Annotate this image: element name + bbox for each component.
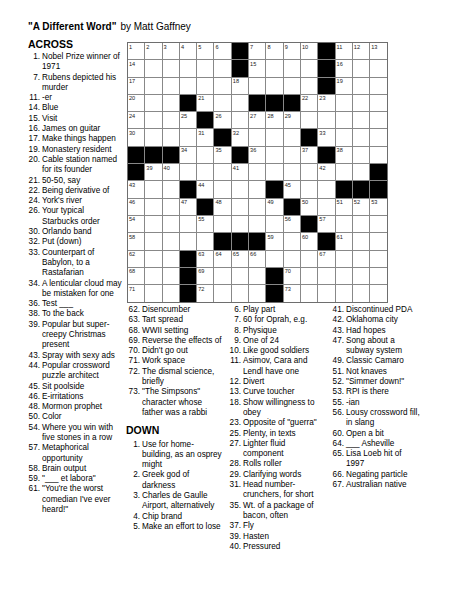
down-clue-53: 53.RPI is there (332, 387, 422, 397)
clue-text: Metaphorical opportunity (42, 443, 122, 464)
clue-number: 22. (28, 186, 40, 196)
grid-cell-r4c14[interactable] (353, 95, 370, 112)
grid-cell-r6c3[interactable] (163, 129, 180, 146)
black-cell (336, 181, 353, 198)
black-cell (197, 112, 214, 129)
black-cell (284, 95, 301, 112)
grid-cell-r13c14[interactable] (353, 251, 370, 268)
grid-cell-r3c2[interactable] (145, 78, 162, 95)
grid-cell-r13c10[interactable] (284, 251, 301, 268)
grid-cell-r13c15[interactable] (370, 251, 387, 268)
clue-text: Your typical Starbucks order (42, 206, 122, 227)
grid-cell-r7c8[interactable]: 36 (249, 147, 266, 164)
grid-cell-r6c7[interactable]: 32 (232, 129, 249, 146)
grid-cell-r10c3[interactable] (163, 199, 180, 216)
grid-cell-r5c9[interactable]: 28 (266, 112, 283, 129)
across-clue-38: 38.To the back (28, 309, 122, 319)
across-clue-24: 24.York's river (28, 196, 122, 206)
grid-cell-r11c3[interactable] (163, 216, 180, 233)
black-cell (318, 233, 335, 250)
grid-cell-r1c4[interactable]: 4 (180, 43, 197, 60)
crossword-page: "A Different Word"by Matt Gaffney ACROSS… (0, 0, 474, 613)
grid-cell-r8c6[interactable] (214, 164, 231, 181)
grid-cell-r6c10[interactable] (284, 129, 301, 146)
grid-cell-r13c13[interactable] (336, 251, 353, 268)
grid-cell-r1c10[interactable]: 9 (284, 43, 301, 60)
across-clue-43: 43.Spray with sexy ads (28, 351, 122, 361)
clue-text: Wt. of a package of bacon, often (243, 501, 325, 522)
grid-cell-r12c13[interactable]: 61 (336, 233, 353, 250)
grid-cell-r3c9[interactable] (266, 78, 283, 95)
grid-cell-r12c5[interactable] (197, 233, 214, 250)
grid-cell-r11c9[interactable] (266, 216, 283, 233)
grid-cell-r12c1[interactable]: 58 (128, 233, 145, 250)
clue-text: Popular crossword puzzle architect (42, 361, 122, 382)
down-clue-4: 4.Chip brand (128, 512, 224, 522)
grid-cell-r13c12[interactable]: 67 (318, 251, 335, 268)
grid-cell-r6c13[interactable] (336, 129, 353, 146)
black-cell (266, 268, 283, 285)
grid-cell-r14c1[interactable]: 68 (128, 268, 145, 285)
down-clue-31: 31.Head number-crunchers, for short (229, 480, 325, 501)
grid-cell-r2c4[interactable] (180, 60, 197, 77)
grid-cell-r11c8[interactable] (249, 216, 266, 233)
grid-cell-r2c10[interactable] (284, 60, 301, 77)
grid-cell-r5c7[interactable] (232, 112, 249, 129)
grid-cell-r10c6[interactable]: 48 (214, 199, 231, 216)
grid-cell-r10c14[interactable]: 52 (353, 199, 370, 216)
grid-cell-r7c14[interactable] (353, 147, 370, 164)
grid-cell-r1c2[interactable]: 2 (145, 43, 162, 60)
grid-cell-r11c7[interactable] (232, 216, 249, 233)
grid-cell-r4c7[interactable] (232, 95, 249, 112)
grid-cell-r1c6[interactable]: 6 (214, 43, 231, 60)
grid-cell-r5c2[interactable] (145, 112, 162, 129)
grid-cell-r1c1[interactable]: 1 (128, 43, 145, 60)
grid-cell-r2c14[interactable] (353, 60, 370, 77)
cell-number: 58 (129, 234, 135, 240)
grid-cell-r8c10[interactable] (284, 164, 301, 181)
clue-text: Put (down) (42, 237, 122, 247)
grid-cell-r9c11[interactable] (301, 181, 318, 198)
down-clues-column-3: 41.Discontinued PDA42.Oklahoma city43.Ha… (332, 305, 422, 490)
down-clue-1: 1.Use for home-building, as an osprey mi… (128, 440, 224, 471)
grid-cell-r11c6[interactable] (214, 216, 231, 233)
clue-number: 63. (128, 315, 140, 325)
grid-cell-r8c12[interactable]: 42 (318, 164, 335, 181)
grid-cell-r4c2[interactable] (145, 95, 162, 112)
cell-number: 44 (198, 182, 204, 188)
grid-cell-r3c10[interactable] (284, 78, 301, 95)
black-cell (318, 78, 335, 95)
grid-cell-r10c13[interactable]: 51 (336, 199, 353, 216)
grid-cell-r15c1[interactable]: 71 (128, 285, 145, 302)
grid-cell-r2c11[interactable] (301, 60, 318, 77)
black-cell (180, 95, 197, 112)
black-cell (370, 164, 387, 181)
grid-cell-r8c13[interactable] (336, 164, 353, 181)
clue-number: 1. (128, 440, 140, 471)
grid-cell-r12c15[interactable] (370, 233, 387, 250)
clue-number: 35. (229, 501, 241, 522)
clue-text: Test ___ (42, 299, 122, 309)
cell-number: 43 (129, 182, 135, 188)
clue-text: Asimov, Cara and Lendl have one (243, 356, 325, 377)
grid-cell-r2c8[interactable]: 15 (249, 60, 266, 77)
across-clue-17: 17.Make things happen (28, 134, 122, 144)
grid-cell-r13c9[interactable] (266, 251, 283, 268)
grid-cell-r10c9[interactable]: 49 (266, 199, 283, 216)
grid-cell-r15c11[interactable] (301, 285, 318, 302)
grid-cell-r5c10[interactable]: 29 (284, 112, 301, 129)
clue-number: 66. (332, 470, 344, 480)
across-clue-21: 21.50-50, say (28, 176, 122, 186)
grid-cell-r8c4[interactable] (180, 164, 197, 181)
grid-cell-r1c3[interactable]: 3 (163, 43, 180, 60)
clue-number: 30. (28, 227, 40, 237)
clue-number: 43. (28, 351, 40, 361)
grid-cell-r15c6[interactable] (214, 285, 231, 302)
grid-cell-r12c3[interactable] (163, 233, 180, 250)
grid-cell-r8c3[interactable]: 40 (163, 164, 180, 181)
grid-cell-r11c14[interactable] (353, 216, 370, 233)
grid-cell-r15c3[interactable] (163, 285, 180, 302)
cell-number: 49 (267, 199, 273, 205)
grid-cell-r14c13[interactable] (336, 268, 353, 285)
grid-cell-r3c14[interactable] (353, 78, 370, 95)
grid-cell-r5c3[interactable] (163, 112, 180, 129)
grid-cell-r1c11[interactable]: 10 (301, 43, 318, 60)
cell-number: 59 (267, 234, 273, 240)
clue-number: 8. (229, 326, 241, 336)
grid-cell-r12c10[interactable] (284, 233, 301, 250)
grid-cell-r9c1[interactable]: 43 (128, 181, 145, 198)
grid-cell-r10c12[interactable] (318, 199, 335, 216)
grid-cell-r10c2[interactable] (145, 199, 162, 216)
grid-cell-r6c2[interactable] (145, 129, 162, 146)
grid-cell-r7c11[interactable]: 37 (301, 147, 318, 164)
black-cell (128, 164, 145, 181)
grid-cell-r2c15[interactable] (370, 60, 387, 77)
black-cell (214, 129, 231, 146)
grid-cell-r8c2[interactable]: 39 (145, 164, 162, 181)
down-clue-41: 41.Discontinued PDA (332, 305, 422, 315)
grid-cell-r14c15[interactable] (370, 268, 387, 285)
clue-number: 62. (128, 305, 140, 315)
grid-cell-r9c5[interactable]: 44 (197, 181, 214, 198)
grid-cell-r8c11[interactable] (301, 164, 318, 181)
across-clue-11: 11.-er (28, 93, 122, 103)
grid-cell-r7c5[interactable] (197, 147, 214, 164)
grid-cell-r10c7[interactable] (232, 199, 249, 216)
grid-cell-r13c7[interactable]: 65 (232, 251, 249, 268)
grid-cell-r9c10[interactable]: 45 (284, 181, 301, 198)
grid-cell-r5c1[interactable]: 24 (128, 112, 145, 129)
grid-cell-r11c5[interactable]: 55 (197, 216, 214, 233)
grid-cell-r12c4[interactable] (180, 233, 197, 250)
grid-cell-r1c9[interactable]: 8 (266, 43, 283, 60)
black-cell (249, 95, 266, 112)
grid-cell-r15c8[interactable] (249, 285, 266, 302)
grid-cell-r14c6[interactable] (214, 268, 231, 285)
clue-number: 72. (128, 367, 140, 388)
grid-cell-r13c3[interactable] (163, 251, 180, 268)
grid-cell-r15c15[interactable] (370, 285, 387, 302)
down-clue-66: 66.Negating particle (332, 470, 422, 480)
grid-cell-r4c11[interactable]: 22 (301, 95, 318, 112)
across-clue-7: 7.Rubens depicted his murder (28, 73, 122, 94)
clue-number: 3. (128, 491, 140, 512)
grid-cell-r9c2[interactable] (145, 181, 162, 198)
grid-cell-r1c15[interactable]: 13 (370, 43, 387, 60)
grid-cell-r5c8[interactable]: 27 (249, 112, 266, 129)
grid-cell-r3c3[interactable] (163, 78, 180, 95)
black-cell (128, 147, 145, 164)
grid-cell-r8c5[interactable] (197, 164, 214, 181)
grid-cell-r12c11[interactable]: 60 (301, 233, 318, 250)
grid-cell-r12c14[interactable] (353, 233, 370, 250)
clue-text: Lousy crossword fill, in slang (346, 408, 422, 429)
grid-cell-r1c13[interactable]: 11 (336, 43, 353, 60)
clue-text: Discontinued PDA (346, 305, 422, 315)
grid-cell-r15c14[interactable] (353, 285, 370, 302)
clue-text: Disencumber (142, 305, 224, 315)
grid-cell-r14c7[interactable] (232, 268, 249, 285)
grid-cell-r6c12[interactable]: 33 (318, 129, 335, 146)
grid-cell-r6c8[interactable] (249, 129, 266, 146)
grid-cell-r8c8[interactable] (249, 164, 266, 181)
grid-cell-r4c15[interactable] (370, 95, 387, 112)
grid-cell-r7c15[interactable] (370, 147, 387, 164)
clue-text: Like good soldiers (243, 346, 325, 356)
grid-cell-r7c9[interactable] (266, 147, 283, 164)
grid-cell-r13c5[interactable]: 63 (197, 251, 214, 268)
grid-cell-r3c5[interactable] (197, 78, 214, 95)
crossword-grid: 1234567891011121314151617181920212223242… (127, 42, 388, 303)
black-cell (284, 199, 301, 216)
down-clue-37: 37.Fly (229, 521, 325, 531)
across-clue-20: 20.Cable station named for its founder (28, 155, 122, 176)
grid-cell-r13c8[interactable]: 66 (249, 251, 266, 268)
grid-cell-r9c3[interactable] (163, 181, 180, 198)
grid-cell-r13c6[interactable]: 64 (214, 251, 231, 268)
grid-cell-r6c1[interactable]: 30 (128, 129, 145, 146)
black-cell (232, 147, 249, 164)
black-cell (266, 95, 283, 112)
grid-cell-r3c4[interactable] (180, 78, 197, 95)
grid-cell-r11c1[interactable]: 54 (128, 216, 145, 233)
grid-cell-r3c13[interactable]: 19 (336, 78, 353, 95)
clue-text: Popular but super-creepy Christmas prese… (42, 320, 122, 351)
cell-number: 22 (302, 95, 308, 101)
grid-cell-r11c4[interactable] (180, 216, 197, 233)
grid-cell-r8c9[interactable] (266, 164, 283, 181)
clue-text: Chip brand (142, 512, 224, 522)
grid-cell-r5c11[interactable] (301, 112, 318, 129)
grid-cell-r2c13[interactable]: 16 (336, 60, 353, 77)
grid-cell-r11c10[interactable]: 56 (284, 216, 301, 233)
grid-cell-r14c10[interactable]: 70 (284, 268, 301, 285)
grid-cell-r1c5[interactable]: 5 (197, 43, 214, 60)
grid-cell-r14c14[interactable] (353, 268, 370, 285)
grid-cell-r13c1[interactable]: 62 (128, 251, 145, 268)
grid-cell-r4c12[interactable]: 23 (318, 95, 335, 112)
clue-number: 38. (28, 309, 40, 319)
grid-cell-r6c4[interactable] (180, 129, 197, 146)
clue-number: 45. (28, 382, 40, 392)
grid-cell-r15c13[interactable] (336, 285, 353, 302)
grid-cell-r3c6[interactable] (214, 78, 231, 95)
cell-number: 62 (129, 251, 135, 257)
down-clue-9: 9.One of 24 (229, 336, 325, 346)
grid-cell-r2c3[interactable] (163, 60, 180, 77)
clue-text: Monastery resident (42, 145, 122, 155)
grid-cell-r2c1[interactable]: 14 (128, 60, 145, 77)
clue-text: RPI is there (346, 387, 422, 397)
grid-cell-r7c10[interactable] (284, 147, 301, 164)
cell-number: 5 (198, 44, 201, 50)
grid-cell-r4c5[interactable]: 21 (197, 95, 214, 112)
cell-number: 3 (164, 44, 167, 50)
grid-cell-r3c15[interactable] (370, 78, 387, 95)
across-clue-32: 32.Put (down) (28, 237, 122, 247)
grid-cell-r8c7[interactable]: 41 (232, 164, 249, 181)
puzzle-title: "A Different Word" (28, 21, 116, 32)
cell-number: 34 (181, 147, 187, 153)
grid-cell-r14c12[interactable] (318, 268, 335, 285)
grid-cell-r3c11[interactable] (301, 78, 318, 95)
grid-cell-r11c12[interactable]: 57 (318, 216, 335, 233)
grid-cell-r6c14[interactable] (353, 129, 370, 146)
grid-cell-r7c6[interactable]: 35 (214, 147, 231, 164)
grid-cell-r11c13[interactable] (336, 216, 353, 233)
cell-number: 8 (267, 44, 270, 50)
grid-cell-r12c9[interactable]: 59 (266, 233, 283, 250)
black-cell (301, 216, 318, 233)
clue-text: To the back (42, 309, 122, 319)
clue-text: Being derivative of (42, 186, 122, 196)
across-clue-58: 58.Brain output (28, 464, 122, 474)
black-cell (318, 43, 335, 60)
grid-cell-r5c12[interactable] (318, 112, 335, 129)
grid-cell-r2c6[interactable] (214, 60, 231, 77)
grid-cell-r15c7[interactable] (232, 285, 249, 302)
clue-text: Head number-crunchers, for short (243, 480, 325, 501)
clue-text: Oklahoma city (346, 315, 422, 325)
grid-cell-r14c8[interactable] (249, 268, 266, 285)
clue-text: Tart spread (142, 315, 224, 325)
grid-cell-r14c3[interactable] (163, 268, 180, 285)
grid-cell-r5c6[interactable]: 26 (214, 112, 231, 129)
clue-text: Australian native (346, 480, 422, 490)
grid-cell-r7c13[interactable]: 38 (336, 147, 353, 164)
grid-cell-r15c2[interactable] (145, 285, 162, 302)
grid-cell-r6c15[interactable] (370, 129, 387, 146)
grid-cell-r9c7[interactable] (232, 181, 249, 198)
grid-cell-r14c2[interactable] (145, 268, 162, 285)
grid-cell-r10c11[interactable]: 50 (301, 199, 318, 216)
grid-cell-r12c2[interactable] (145, 233, 162, 250)
grid-cell-r1c14[interactable]: 12 (353, 43, 370, 60)
grid-cell-r15c5[interactable]: 72 (197, 285, 214, 302)
grid-cell-r9c6[interactable] (214, 181, 231, 198)
grid-cell-r10c1[interactable]: 46 (128, 199, 145, 216)
clue-number: 50. (28, 412, 40, 422)
grid-cell-r10c15[interactable]: 53 (370, 199, 387, 216)
grid-cell-r11c15[interactable] (370, 216, 387, 233)
cell-number: 23 (319, 95, 325, 101)
grid-cell-r5c4[interactable]: 25 (180, 112, 197, 129)
grid-cell-r10c4[interactable]: 47 (180, 199, 197, 216)
grid-cell-r5c14[interactable] (353, 112, 370, 129)
cell-number: 56 (285, 216, 291, 222)
cell-number: 60 (302, 234, 308, 240)
grid-cell-r14c11[interactable] (301, 268, 318, 285)
clue-number: 43. (332, 326, 344, 336)
black-cell (180, 285, 197, 302)
grid-cell-r9c8[interactable] (249, 181, 266, 198)
clue-text: "The Simpsons" character whose father wa… (142, 387, 224, 418)
across-clue-44: 44.Popular crossword puzzle architect (28, 361, 122, 382)
across-clue-45: 45.Sit poolside (28, 382, 122, 392)
grid-cell-r15c12[interactable] (318, 285, 335, 302)
grid-cell-r14c5[interactable]: 69 (197, 268, 214, 285)
clue-number: 71. (128, 356, 140, 366)
cell-number: 13 (371, 44, 377, 50)
grid-cell-r4c1[interactable]: 20 (128, 95, 145, 112)
grid-cell-r5c15[interactable] (370, 112, 387, 129)
grid-cell-r6c9[interactable] (266, 129, 283, 146)
grid-cell-r3c1[interactable]: 17 (128, 78, 145, 95)
clue-number: 14. (28, 103, 40, 113)
clue-number: 4. (128, 512, 140, 522)
clue-text: Where you win with five stones in a row (42, 423, 122, 444)
grid-cell-r3c8[interactable] (249, 78, 266, 95)
grid-cell-r4c3[interactable] (163, 95, 180, 112)
clue-text: Classic Camaro (346, 356, 422, 366)
grid-cell-r2c2[interactable] (145, 60, 162, 77)
grid-cell-r15c10[interactable]: 73 (284, 285, 301, 302)
grid-cell-r4c13[interactable] (336, 95, 353, 112)
grid-cell-r5c13[interactable] (336, 112, 353, 129)
clue-text: Blue (42, 103, 122, 113)
grid-cell-r2c5[interactable] (197, 60, 214, 77)
grid-cell-r4c6[interactable] (214, 95, 231, 112)
grid-cell-r8c14[interactable] (353, 164, 370, 181)
grid-cell-r13c11[interactable] (301, 251, 318, 268)
clue-number: 49. (332, 356, 344, 366)
grid-cell-r3c7[interactable]: 18 (232, 78, 249, 95)
grid-cell-r7c4[interactable]: 34 (180, 147, 197, 164)
clue-number: 10. (229, 346, 241, 356)
cell-number: 11 (337, 44, 343, 50)
grid-cell-r2c9[interactable] (266, 60, 283, 77)
across-clue-14: 14.Blue (28, 103, 122, 113)
clue-text: York's river (42, 196, 122, 206)
clue-number: 11. (28, 93, 40, 103)
grid-cell-r11c2[interactable] (145, 216, 162, 233)
black-cell (232, 233, 249, 250)
grid-cell-r10c8[interactable] (249, 199, 266, 216)
clue-number: 17. (28, 134, 40, 144)
grid-cell-r6c5[interactable]: 31 (197, 129, 214, 146)
clue-number: 42. (332, 315, 344, 325)
grid-cell-r9c12[interactable] (318, 181, 335, 198)
grid-cell-r13c2[interactable] (145, 251, 162, 268)
grid-cell-r1c8[interactable]: 7 (249, 43, 266, 60)
cell-number: 63 (198, 251, 204, 257)
cell-number: 7 (250, 44, 253, 50)
